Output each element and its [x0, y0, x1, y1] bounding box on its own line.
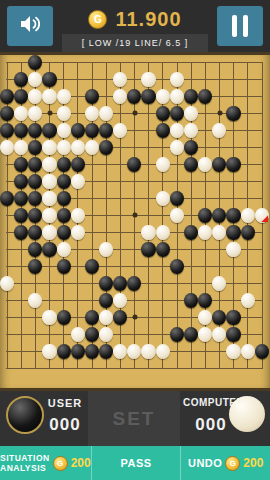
board-cell[interactable] — [85, 139, 99, 156]
black-stone — [28, 225, 42, 241]
black-stone — [71, 344, 85, 360]
white-stone — [141, 344, 155, 360]
board-cell[interactable] — [14, 105, 28, 122]
board-cell[interactable] — [14, 139, 28, 156]
black-stone — [156, 106, 170, 122]
black-stone — [28, 157, 42, 173]
board-cell[interactable] — [184, 88, 198, 105]
white-stone — [212, 276, 226, 292]
board-cell[interactable] — [170, 139, 184, 156]
board-cell[interactable] — [85, 105, 99, 122]
board-cell[interactable] — [226, 241, 240, 258]
board-cell[interactable] — [42, 156, 56, 173]
white-stone — [170, 208, 184, 224]
board-cell[interactable] — [28, 156, 42, 173]
board-cell[interactable] — [113, 122, 127, 139]
board-cell[interactable] — [28, 224, 42, 241]
black-stone — [99, 140, 113, 156]
board-cell[interactable] — [212, 207, 226, 224]
white-stone — [42, 157, 56, 173]
board-cell[interactable] — [14, 173, 28, 190]
board-cell[interactable] — [85, 258, 99, 275]
board-cell[interactable] — [42, 122, 56, 139]
board-cell[interactable] — [198, 292, 212, 309]
board-cell[interactable] — [141, 241, 155, 258]
board-cell[interactable] — [226, 105, 240, 122]
black-stone — [28, 55, 42, 71]
board-cell[interactable] — [184, 292, 198, 309]
user-label: USER — [42, 397, 88, 409]
white-stone — [127, 344, 141, 360]
board-cell[interactable] — [184, 326, 198, 343]
board-cell[interactable] — [212, 122, 226, 139]
game-mode-text: [ LOW /19 LINE/ 6.5 ] — [82, 38, 189, 48]
black-stone — [42, 72, 56, 88]
black-stone — [28, 174, 42, 190]
coin-balance-value: 11.900 — [115, 8, 181, 31]
white-stone — [156, 157, 170, 173]
board-cell[interactable] — [226, 156, 240, 173]
board-cell[interactable] — [156, 343, 170, 360]
board-cell[interactable] — [14, 88, 28, 105]
black-stone — [85, 327, 99, 343]
board-cell[interactable] — [0, 122, 14, 139]
board-cell[interactable] — [42, 71, 56, 88]
white-stone — [0, 276, 14, 292]
white-stone — [141, 225, 155, 241]
players-panel: USER 000 SET COMPUTER 000 — [0, 391, 270, 446]
board-cell[interactable] — [241, 207, 255, 224]
board-cell[interactable] — [198, 224, 212, 241]
black-stone — [141, 89, 155, 105]
white-stone — [71, 174, 85, 190]
analysis-cost: 200 — [71, 456, 91, 470]
board-cell[interactable] — [42, 139, 56, 156]
white-stone — [71, 140, 85, 156]
go-game-app: G 11.900 [ LOW /19 LINE/ 6.5 ] USER 000 … — [0, 0, 270, 480]
white-stone — [113, 123, 127, 139]
situation-analysis-label: SITUATION ANALYSIS — [0, 453, 50, 473]
black-stone — [14, 208, 28, 224]
board-cell[interactable] — [241, 343, 255, 360]
board-cell[interactable] — [170, 105, 184, 122]
board-cell[interactable] — [71, 173, 85, 190]
board-cell[interactable] — [99, 309, 113, 326]
top-bar: G 11.900 [ LOW /19 LINE/ 6.5 ] — [0, 0, 270, 52]
black-stone — [226, 225, 240, 241]
board-cell[interactable] — [212, 156, 226, 173]
black-stone — [184, 293, 198, 309]
white-stone — [57, 89, 71, 105]
black-stone — [113, 310, 127, 326]
black-stone — [184, 140, 198, 156]
board-cell[interactable] — [184, 156, 198, 173]
white-stone — [28, 106, 42, 122]
black-stone — [14, 225, 28, 241]
black-stone — [57, 344, 71, 360]
board-cell[interactable] — [156, 190, 170, 207]
board-cell[interactable] — [28, 173, 42, 190]
board-cell[interactable] — [184, 122, 198, 139]
black-stone — [14, 157, 28, 173]
board-cell[interactable] — [170, 207, 184, 224]
black-stone — [28, 123, 42, 139]
board-cell[interactable] — [226, 309, 240, 326]
black-stone — [57, 157, 71, 173]
black-stone — [156, 242, 170, 258]
board-cell[interactable] — [42, 224, 56, 241]
board-cell[interactable] — [198, 88, 212, 105]
board-cell[interactable] — [99, 139, 113, 156]
board-cell[interactable] — [85, 309, 99, 326]
user-black-stone-icon — [6, 396, 44, 434]
black-stone — [226, 106, 240, 122]
board-cell[interactable] — [99, 122, 113, 139]
white-stone — [156, 89, 170, 105]
board-cell[interactable] — [255, 207, 269, 224]
board-cell[interactable] — [0, 190, 14, 207]
board-cell[interactable] — [85, 88, 99, 105]
board-cell[interactable] — [28, 105, 42, 122]
white-stone — [57, 242, 71, 258]
board-cell[interactable] — [0, 139, 14, 156]
board-cell[interactable] — [14, 224, 28, 241]
board-cell[interactable] — [42, 207, 56, 224]
board-cell[interactable] — [28, 258, 42, 275]
set-button[interactable]: SET — [88, 391, 180, 446]
board-cell[interactable] — [28, 54, 42, 71]
board-cell[interactable] — [156, 156, 170, 173]
board-cell[interactable] — [241, 224, 255, 241]
board-cell[interactable] — [198, 156, 212, 173]
black-stone — [99, 123, 113, 139]
board-cell[interactable] — [198, 326, 212, 343]
black-stone — [99, 344, 113, 360]
white-stone — [71, 327, 85, 343]
board-cell[interactable] — [170, 71, 184, 88]
white-stone — [170, 89, 184, 105]
board-cell[interactable] — [71, 207, 85, 224]
black-stone — [113, 276, 127, 292]
black-stone — [71, 123, 85, 139]
black-stone — [99, 293, 113, 309]
board-cell[interactable] — [14, 156, 28, 173]
board-cell[interactable] — [14, 207, 28, 224]
board-cell[interactable] — [156, 241, 170, 258]
board-cell[interactable] — [241, 292, 255, 309]
coin-icon: G — [225, 456, 240, 471]
black-stone — [14, 191, 28, 207]
black-stone — [127, 157, 141, 173]
board-cell[interactable] — [57, 190, 71, 207]
white-stone — [113, 344, 127, 360]
board-cell[interactable] — [28, 88, 42, 105]
black-stone — [28, 259, 42, 275]
board-cell[interactable] — [57, 343, 71, 360]
black-stone — [127, 89, 141, 105]
board-cell[interactable] — [127, 156, 141, 173]
black-stone — [198, 293, 212, 309]
white-stone — [113, 72, 127, 88]
black-stone — [14, 89, 28, 105]
board-cell[interactable] — [85, 343, 99, 360]
white-stone — [198, 157, 212, 173]
white-stone — [156, 344, 170, 360]
black-stone — [57, 259, 71, 275]
pause-button[interactable] — [217, 6, 263, 46]
board-cell[interactable] — [226, 207, 240, 224]
black-stone — [170, 191, 184, 207]
white-stone — [198, 225, 212, 241]
board-cell[interactable] — [212, 224, 226, 241]
board-cell[interactable] — [57, 207, 71, 224]
board-cell[interactable] — [57, 105, 71, 122]
board-cell[interactable] — [28, 139, 42, 156]
board-cell[interactable] — [14, 71, 28, 88]
white-stone — [170, 72, 184, 88]
white-stone — [99, 327, 113, 343]
white-stone — [42, 225, 56, 241]
white-stone — [241, 208, 255, 224]
board-cell[interactable] — [184, 105, 198, 122]
black-stone — [170, 106, 184, 122]
white-stone — [255, 208, 269, 224]
board-cell[interactable] — [141, 343, 155, 360]
board-edge-bottom — [0, 388, 270, 391]
board-cell[interactable] — [113, 88, 127, 105]
white-stone — [71, 225, 85, 241]
white-stone — [226, 344, 240, 360]
black-stone — [212, 157, 226, 173]
black-stone — [57, 191, 71, 207]
white-stone — [198, 310, 212, 326]
board-cell[interactable] — [127, 88, 141, 105]
undo-button[interactable]: UNDO G 200 — [181, 446, 270, 480]
black-stone — [0, 123, 14, 139]
white-stone — [42, 191, 56, 207]
board-cell[interactable] — [156, 224, 170, 241]
board-cell[interactable] — [170, 122, 184, 139]
board-cell[interactable] — [0, 105, 14, 122]
board-cell[interactable] — [113, 71, 127, 88]
board-cell[interactable] — [156, 105, 170, 122]
board-cell[interactable] — [28, 241, 42, 258]
board-cell[interactable] — [113, 292, 127, 309]
black-stone — [0, 89, 14, 105]
white-stone — [42, 344, 56, 360]
undo-label: UNDO — [188, 457, 222, 469]
sound-button[interactable] — [7, 6, 53, 46]
board-cell[interactable] — [212, 275, 226, 292]
white-stone — [57, 106, 71, 122]
white-stone — [28, 89, 42, 105]
white-stone — [170, 140, 184, 156]
board-cell[interactable] — [71, 122, 85, 139]
board-cell[interactable] — [141, 224, 155, 241]
board-cell[interactable] — [28, 207, 42, 224]
board-cell[interactable] — [42, 309, 56, 326]
board-cell[interactable] — [113, 309, 127, 326]
board-cell[interactable] — [0, 88, 14, 105]
board-cell[interactable] — [57, 139, 71, 156]
black-stone — [212, 208, 226, 224]
go-board[interactable] — [0, 52, 270, 391]
board-cell[interactable] — [127, 275, 141, 292]
board-cell[interactable] — [198, 207, 212, 224]
board-cell[interactable] — [156, 122, 170, 139]
white-stone — [184, 123, 198, 139]
board-cell[interactable] — [156, 88, 170, 105]
board-cell[interactable] — [71, 156, 85, 173]
board-cell[interactable] — [198, 309, 212, 326]
board-cell[interactable] — [28, 190, 42, 207]
board-cell[interactable] — [42, 343, 56, 360]
white-stone — [241, 293, 255, 309]
board-cell[interactable] — [184, 139, 198, 156]
black-stone — [141, 242, 155, 258]
board-cell[interactable] — [71, 326, 85, 343]
white-stone — [14, 140, 28, 156]
black-stone — [14, 123, 28, 139]
board-cell[interactable] — [14, 122, 28, 139]
black-stone — [57, 174, 71, 190]
board-cell[interactable] — [226, 224, 240, 241]
board-cell[interactable] — [57, 224, 71, 241]
board-cell[interactable] — [99, 343, 113, 360]
white-stone — [0, 140, 14, 156]
board-cell[interactable] — [141, 71, 155, 88]
white-stone — [170, 123, 184, 139]
black-stone — [14, 174, 28, 190]
board-cell[interactable] — [170, 326, 184, 343]
board-cell[interactable] — [255, 343, 269, 360]
white-stone — [42, 208, 56, 224]
black-stone — [184, 327, 198, 343]
board-cell[interactable] — [127, 343, 141, 360]
black-stone — [226, 208, 240, 224]
board-cell[interactable] — [28, 292, 42, 309]
board-cell[interactable] — [57, 122, 71, 139]
board-cell[interactable] — [226, 326, 240, 343]
white-stone — [28, 72, 42, 88]
white-stone — [42, 140, 56, 156]
board-cell[interactable] — [170, 88, 184, 105]
black-stone — [85, 123, 99, 139]
white-stone — [241, 344, 255, 360]
board-cell[interactable] — [226, 343, 240, 360]
board-cell[interactable] — [0, 275, 14, 292]
board-cell[interactable] — [141, 88, 155, 105]
board-cell[interactable] — [57, 173, 71, 190]
board-cell[interactable] — [57, 156, 71, 173]
black-stone — [28, 191, 42, 207]
white-stone — [42, 310, 56, 326]
black-stone — [85, 310, 99, 326]
undo-cost: 200 — [243, 456, 263, 470]
black-stone — [170, 259, 184, 275]
board-cell[interactable] — [113, 275, 127, 292]
white-stone — [156, 191, 170, 207]
board-cell[interactable] — [184, 224, 198, 241]
board-cell[interactable] — [99, 241, 113, 258]
board-cell[interactable] — [99, 326, 113, 343]
white-stone — [141, 72, 155, 88]
black-stone — [156, 123, 170, 139]
speaker-icon — [18, 12, 42, 40]
black-stone — [255, 344, 269, 360]
board-cell[interactable] — [42, 241, 56, 258]
black-stone — [85, 344, 99, 360]
black-stone — [85, 259, 99, 275]
board-cell[interactable] — [85, 326, 99, 343]
white-stone — [113, 89, 127, 105]
white-stone — [42, 174, 56, 190]
board-cell[interactable] — [57, 309, 71, 326]
white-stone — [71, 208, 85, 224]
board-cell[interactable] — [28, 122, 42, 139]
board-cell[interactable] — [28, 71, 42, 88]
board-cell[interactable] — [57, 241, 71, 258]
pass-label: PASS — [120, 457, 151, 469]
board-cell[interactable] — [170, 190, 184, 207]
board-cell[interactable] — [42, 88, 56, 105]
pause-icon — [232, 15, 248, 37]
board-cell[interactable] — [42, 173, 56, 190]
situation-analysis-button[interactable]: SITUATION ANALYSIS G 200 — [0, 446, 92, 480]
black-stone — [28, 208, 42, 224]
coin-icon: G — [88, 10, 107, 29]
board-cell[interactable] — [99, 275, 113, 292]
board-cell[interactable] — [57, 88, 71, 105]
black-stone — [226, 157, 240, 173]
board-cell[interactable] — [42, 190, 56, 207]
board-cell[interactable] — [212, 326, 226, 343]
go-board-grid[interactable] — [0, 54, 269, 377]
white-stone — [198, 327, 212, 343]
black-stone — [226, 310, 240, 326]
board-cell[interactable] — [170, 258, 184, 275]
black-stone — [241, 225, 255, 241]
board-edge-top — [0, 52, 270, 55]
board-cell[interactable] — [99, 105, 113, 122]
black-stone — [184, 157, 198, 173]
white-stone — [42, 89, 56, 105]
white-stone — [184, 106, 198, 122]
board-cell[interactable] — [113, 343, 127, 360]
white-stone — [57, 123, 71, 139]
board-cell[interactable] — [212, 309, 226, 326]
white-stone — [212, 327, 226, 343]
board-cell[interactable] — [14, 190, 28, 207]
pass-button[interactable]: PASS — [92, 446, 182, 480]
white-stone — [226, 242, 240, 258]
black-stone — [226, 327, 240, 343]
board-cell[interactable] — [71, 224, 85, 241]
white-stone — [85, 140, 99, 156]
white-stone — [212, 123, 226, 139]
board-cell[interactable] — [99, 292, 113, 309]
black-stone — [198, 89, 212, 105]
black-stone — [57, 225, 71, 241]
game-mode-strip: [ LOW /19 LINE/ 6.5 ] — [62, 34, 208, 52]
board-cell[interactable] — [71, 343, 85, 360]
board-cell[interactable] — [71, 139, 85, 156]
computer-white-stone-icon — [229, 396, 265, 432]
board-cell[interactable] — [85, 122, 99, 139]
board-cell[interactable] — [57, 258, 71, 275]
white-stone — [14, 106, 28, 122]
black-stone — [57, 310, 71, 326]
